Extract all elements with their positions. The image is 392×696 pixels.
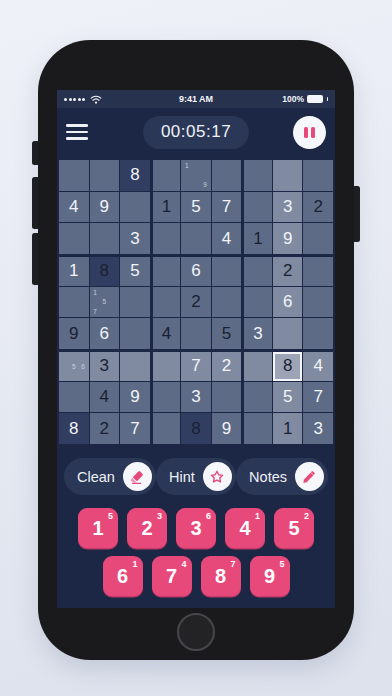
- cell-r8c6[interactable]: [212, 382, 242, 413]
- cell-r7c8[interactable]: 8: [273, 350, 303, 381]
- cell-r9c6[interactable]: 9: [212, 413, 242, 444]
- notes-r7c1: 56: [60, 353, 88, 380]
- cell-r5c5[interactable]: 2: [181, 287, 211, 318]
- remaining-count: 2: [304, 511, 309, 521]
- page: 9:41 AM 100% 00:05:17 819491573234191856…: [0, 0, 392, 696]
- numpad-button-9[interactable]: 95: [250, 556, 290, 596]
- cell-r5c3[interactable]: [120, 287, 150, 318]
- cell-r4c4[interactable]: [151, 255, 181, 286]
- cell-r9c9[interactable]: 3: [303, 413, 333, 444]
- remaining-count: 7: [230, 559, 235, 569]
- cell-r3c3[interactable]: 3: [120, 223, 150, 254]
- cell-r6c8[interactable]: [273, 318, 303, 349]
- notes-button[interactable]: Notes: [236, 458, 328, 495]
- numpad-button-3[interactable]: 36: [176, 508, 216, 548]
- cell-r9c7[interactable]: [242, 413, 272, 444]
- cell-r6c4[interactable]: 4: [151, 318, 181, 349]
- cell-r6c2[interactable]: 6: [90, 318, 120, 349]
- cell-r1c8[interactable]: [273, 160, 303, 191]
- cell-r8c1[interactable]: [59, 382, 89, 413]
- cell-r3c9[interactable]: [303, 223, 333, 254]
- remaining-count: 5: [108, 511, 113, 521]
- clean-button[interactable]: Clean: [64, 458, 156, 495]
- cell-r8c8[interactable]: 5: [273, 382, 303, 413]
- sudoku-board: 8194915732341918562157269645356372844935…: [59, 160, 333, 444]
- cell-r2c5[interactable]: 5: [181, 192, 211, 223]
- star-icon: [203, 462, 232, 491]
- numpad-button-2[interactable]: 23: [127, 508, 167, 548]
- toolbar: Clean Hint: [57, 458, 335, 495]
- remaining-count: 1: [132, 559, 137, 569]
- cell-r1c2[interactable]: [90, 160, 120, 191]
- cell-r1c7[interactable]: [242, 160, 272, 191]
- remaining-count: 6: [206, 511, 211, 521]
- cell-r4c9[interactable]: [303, 255, 333, 286]
- pause-icon: [304, 127, 308, 138]
- cell-r9c5[interactable]: 8: [181, 413, 211, 444]
- timer-display: 00:05:17: [143, 116, 249, 149]
- cell-r4c6[interactable]: [212, 255, 242, 286]
- cell-r4c5[interactable]: 6: [181, 255, 211, 286]
- cell-r6c5[interactable]: [181, 318, 211, 349]
- cell-r2c2[interactable]: 9: [90, 192, 120, 223]
- carrier-signal: [64, 90, 134, 108]
- cell-r6c1[interactable]: 9: [59, 318, 89, 349]
- cell-r9c1[interactable]: 8: [59, 413, 89, 444]
- cell-r4c2[interactable]: 8: [90, 255, 120, 286]
- cell-r3c4[interactable]: [151, 223, 181, 254]
- cell-r1c6[interactable]: [212, 160, 242, 191]
- pencil-icon: [295, 462, 324, 491]
- hint-button[interactable]: Hint: [156, 458, 236, 495]
- cell-r1c9[interactable]: [303, 160, 333, 191]
- cell-r7c9[interactable]: 4: [303, 350, 333, 381]
- cell-r3c7[interactable]: 1: [242, 223, 272, 254]
- numpad-button-1[interactable]: 15: [78, 508, 118, 548]
- cell-r5c1[interactable]: [59, 287, 89, 318]
- game-header: 00:05:17: [57, 110, 335, 154]
- cell-r9c8[interactable]: 1: [273, 413, 303, 444]
- cell-r2c3[interactable]: [120, 192, 150, 223]
- cell-r3c5[interactable]: [181, 223, 211, 254]
- cell-r9c2[interactable]: 2: [90, 413, 120, 444]
- cell-r6c7[interactable]: 3: [242, 318, 272, 349]
- cell-r4c3[interactable]: 5: [120, 255, 150, 286]
- cell-r7c3[interactable]: [120, 350, 150, 381]
- pause-button[interactable]: [293, 116, 326, 149]
- battery-icon: [307, 95, 323, 103]
- numpad-button-5[interactable]: 52: [274, 508, 314, 548]
- notes-r5c2: 157: [91, 288, 119, 317]
- number-pad: 1523364152 61748795: [57, 508, 335, 596]
- cell-r3c6[interactable]: 4: [212, 223, 242, 254]
- cell-r2c9[interactable]: 2: [303, 192, 333, 223]
- cell-r3c2[interactable]: [90, 223, 120, 254]
- remaining-count: 1: [255, 511, 260, 521]
- cell-r4c1[interactable]: 1: [59, 255, 89, 286]
- remaining-count: 4: [181, 559, 186, 569]
- cell-r5c2[interactable]: 157: [90, 287, 120, 318]
- numpad-button-8[interactable]: 87: [201, 556, 241, 596]
- cell-r2c8[interactable]: 3: [273, 192, 303, 223]
- cell-r8c4[interactable]: [151, 382, 181, 413]
- cell-r4c7[interactable]: [242, 255, 272, 286]
- menu-button[interactable]: [66, 124, 99, 140]
- cell-r8c5[interactable]: 3: [181, 382, 211, 413]
- battery-percent: 100%: [282, 94, 304, 104]
- cell-r2c7[interactable]: [242, 192, 272, 223]
- eraser-icon: [123, 462, 152, 491]
- number-pad-row-2: 61748795: [57, 556, 335, 596]
- remaining-count: 5: [279, 559, 284, 569]
- cell-r1c3[interactable]: 8: [120, 160, 150, 191]
- cell-r7c5[interactable]: 7: [181, 350, 211, 381]
- cell-r3c1[interactable]: [59, 223, 89, 254]
- cell-r7c7[interactable]: [242, 350, 272, 381]
- cell-r6c9[interactable]: [303, 318, 333, 349]
- cell-r7c6[interactable]: 2: [212, 350, 242, 381]
- cell-r1c1[interactable]: [59, 160, 89, 191]
- cell-r8c2[interactable]: 4: [90, 382, 120, 413]
- cell-r1c5[interactable]: 19: [181, 160, 211, 191]
- home-button: [177, 613, 215, 651]
- cell-r5c8[interactable]: 6: [273, 287, 303, 318]
- status-bar: 9:41 AM 100%: [57, 90, 335, 108]
- cell-r6c6[interactable]: 5: [212, 318, 242, 349]
- phone-frame: 9:41 AM 100% 00:05:17 819491573234191856…: [38, 40, 354, 660]
- cell-r3c8[interactable]: 9: [273, 223, 303, 254]
- cell-r4c8[interactable]: 2: [273, 255, 303, 286]
- cell-r2c1[interactable]: 4: [59, 192, 89, 223]
- cell-r8c7[interactable]: [242, 382, 272, 413]
- cell-r5c9[interactable]: [303, 287, 333, 318]
- cell-r8c3[interactable]: 9: [120, 382, 150, 413]
- cell-r5c6[interactable]: [212, 287, 242, 318]
- cell-r6c3[interactable]: [120, 318, 150, 349]
- number-pad-row-1: 1523364152: [57, 508, 335, 548]
- cell-r8c9[interactable]: 7: [303, 382, 333, 413]
- numpad-button-7[interactable]: 74: [152, 556, 192, 596]
- cell-r7c2[interactable]: 3: [90, 350, 120, 381]
- cell-r2c4[interactable]: 1: [151, 192, 181, 223]
- remaining-count: 3: [157, 511, 162, 521]
- cell-r5c4[interactable]: [151, 287, 181, 318]
- cell-r5c7[interactable]: [242, 287, 272, 318]
- notes-r1c5: 19: [182, 161, 210, 190]
- numpad-button-4[interactable]: 41: [225, 508, 265, 548]
- numpad-button-6[interactable]: 61: [103, 556, 143, 596]
- app-screen: 9:41 AM 100% 00:05:17 819491573234191856…: [57, 90, 335, 608]
- cell-r7c1[interactable]: 56: [59, 350, 89, 381]
- clock: 9:41 AM: [134, 94, 258, 104]
- cell-r9c3[interactable]: 7: [120, 413, 150, 444]
- wifi-icon: [90, 90, 102, 108]
- cell-r2c6[interactable]: 7: [212, 192, 242, 223]
- cell-r7c4[interactable]: [151, 350, 181, 381]
- cell-r9c4[interactable]: [151, 413, 181, 444]
- cell-r1c4[interactable]: [151, 160, 181, 191]
